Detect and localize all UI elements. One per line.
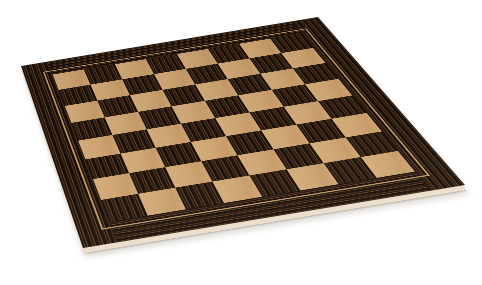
product-photo-scene xyxy=(0,0,482,285)
chess-board xyxy=(21,17,465,248)
